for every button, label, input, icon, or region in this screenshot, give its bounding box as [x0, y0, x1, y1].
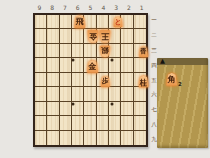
board-square[interactable]	[35, 87, 47, 101]
board-square[interactable]	[109, 116, 121, 130]
hand-piece[interactable]: 角2	[166, 73, 178, 86]
board-square[interactable]	[35, 116, 47, 130]
board-square[interactable]	[109, 131, 121, 145]
sente-marker: ▲	[160, 58, 165, 65]
board-square[interactable]	[109, 73, 121, 87]
board-square[interactable]	[121, 131, 133, 145]
rank-label: 三	[149, 43, 159, 58]
board-square[interactable]	[84, 73, 96, 87]
shogi-piece[interactable]: 角	[166, 73, 178, 86]
file-label: 1	[135, 3, 148, 12]
board-square[interactable]	[97, 15, 109, 29]
komadai-piece-stand: ▲ 角2	[157, 58, 208, 148]
rank-label: 二	[149, 28, 159, 43]
board-square[interactable]	[84, 131, 96, 145]
board-square[interactable]	[35, 29, 47, 43]
board-square[interactable]	[121, 15, 133, 29]
board-square[interactable]	[121, 29, 133, 43]
board-square[interactable]	[72, 131, 84, 145]
board-square[interactable]	[60, 102, 72, 116]
board-square[interactable]	[134, 87, 146, 101]
piece-glyph: 王	[100, 31, 112, 44]
piece-glyph: 金	[87, 31, 99, 44]
piece-glyph: と	[113, 17, 123, 28]
file-label: 8	[46, 3, 59, 12]
shogi-piece[interactable]: 金	[87, 60, 99, 73]
shogi-piece[interactable]: 金	[87, 31, 99, 44]
board-square[interactable]	[60, 15, 72, 29]
board-square[interactable]	[47, 116, 59, 130]
board-square[interactable]	[121, 102, 133, 116]
board-square[interactable]	[121, 44, 133, 58]
board-square[interactable]	[134, 58, 146, 72]
board-square[interactable]	[84, 44, 96, 58]
board-square[interactable]	[134, 102, 146, 116]
shogi-board[interactable]: 飛と金王銀香金歩桂	[33, 13, 148, 147]
rank-label: 一	[149, 13, 159, 28]
board-square[interactable]	[35, 73, 47, 87]
board-square[interactable]	[97, 131, 109, 145]
board-square[interactable]	[97, 116, 109, 130]
tsume-shogi-diagram: 987654321 飛と金王銀香金歩桂 一二三四五六七八九 ▲ 角2	[0, 0, 210, 158]
board-square[interactable]	[121, 73, 133, 87]
hand-piece-count: 2	[178, 82, 182, 88]
board-square[interactable]	[84, 102, 96, 116]
board-square[interactable]	[121, 87, 133, 101]
board-square[interactable]	[134, 116, 146, 130]
board-square[interactable]	[60, 116, 72, 130]
board-square[interactable]	[134, 131, 146, 145]
shogi-piece[interactable]: と	[113, 17, 123, 28]
board-square[interactable]	[60, 73, 72, 87]
file-label: 3	[110, 3, 123, 12]
board-square[interactable]	[109, 87, 121, 101]
board-square[interactable]	[134, 29, 146, 43]
board-square[interactable]	[84, 15, 96, 29]
board-square[interactable]	[84, 116, 96, 130]
star-point	[72, 103, 75, 106]
board-square[interactable]	[60, 87, 72, 101]
board-square[interactable]	[72, 116, 84, 130]
file-label: 6	[71, 3, 84, 12]
file-label: 5	[84, 3, 97, 12]
shogi-piece[interactable]: 香	[139, 47, 149, 58]
file-label: 9	[33, 3, 46, 12]
board-square[interactable]	[35, 15, 47, 29]
board-square[interactable]	[84, 87, 96, 101]
star-point	[72, 58, 75, 61]
star-point	[110, 58, 113, 61]
shogi-piece[interactable]: 王	[100, 31, 112, 44]
board-square[interactable]	[47, 131, 59, 145]
board-square[interactable]	[72, 73, 84, 87]
board-square[interactable]	[60, 29, 72, 43]
file-label: 2	[122, 3, 135, 12]
file-labels: 987654321	[33, 3, 148, 12]
board-square[interactable]	[47, 87, 59, 101]
piece-glyph: 角	[166, 73, 178, 86]
shogi-piece[interactable]: 銀	[100, 46, 111, 58]
board-square[interactable]	[35, 44, 47, 58]
board-square[interactable]	[97, 102, 109, 116]
board-square[interactable]	[72, 29, 84, 43]
piece-glyph: 桂	[138, 76, 149, 88]
file-label: 7	[59, 3, 72, 12]
board-square[interactable]	[60, 58, 72, 72]
board-square[interactable]	[35, 131, 47, 145]
board-square[interactable]	[47, 44, 59, 58]
board-square[interactable]	[121, 58, 133, 72]
piece-glyph: 香	[139, 47, 149, 58]
shogi-piece[interactable]: 飛	[74, 16, 86, 29]
board-square[interactable]	[72, 87, 84, 101]
board-square[interactable]	[35, 58, 47, 72]
piece-glyph: 金	[87, 60, 99, 73]
piece-glyph: 銀	[100, 46, 111, 58]
file-label: 4	[97, 3, 110, 12]
board-square[interactable]	[47, 29, 59, 43]
board-square[interactable]	[109, 44, 121, 58]
board-square[interactable]	[97, 87, 109, 101]
shogi-piece[interactable]: 歩	[101, 76, 111, 87]
piece-glyph: 飛	[74, 16, 86, 29]
board-square[interactable]	[47, 73, 59, 87]
shogi-piece[interactable]: 桂	[138, 76, 149, 88]
board-square[interactable]	[72, 44, 84, 58]
board-square[interactable]	[47, 102, 59, 116]
board-square[interactable]	[134, 15, 146, 29]
board-square[interactable]	[47, 15, 59, 29]
star-point	[110, 103, 113, 106]
board-square[interactable]	[60, 44, 72, 58]
board-square[interactable]	[97, 58, 109, 72]
board-square[interactable]	[35, 102, 47, 116]
board-square[interactable]	[121, 116, 133, 130]
piece-glyph: 歩	[101, 76, 111, 87]
board-square[interactable]	[60, 131, 72, 145]
board-square[interactable]	[47, 58, 59, 72]
